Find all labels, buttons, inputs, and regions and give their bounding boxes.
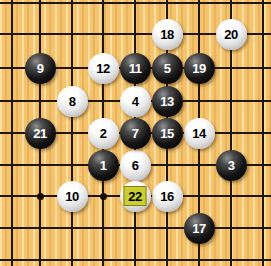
- go-board[interactable]: 12345678910111213141516171819202122: [0, 0, 271, 266]
- move-number-label: 5: [164, 62, 171, 75]
- stone-b1: 1: [88, 150, 119, 181]
- move-number-label: 17: [192, 222, 205, 235]
- move-number-label: 16: [160, 190, 173, 203]
- grid-line-h-1: [0, 2, 271, 4]
- stone-w4: 4: [120, 86, 151, 117]
- move-number-label: 14: [192, 127, 205, 140]
- stone-b11: 11: [120, 53, 151, 84]
- stone-b19: 19: [184, 53, 215, 84]
- move-number-label: 2: [100, 127, 107, 140]
- move-number-label: 15: [160, 127, 173, 140]
- move-number-label: 22: [128, 190, 141, 203]
- move-number-label: 11: [129, 62, 142, 75]
- move-number-label: 18: [160, 28, 173, 41]
- stone-w6: 6: [120, 150, 151, 181]
- move-number-label: 10: [65, 190, 78, 203]
- grid-line-h-9: [0, 259, 271, 261]
- stone-w10: 10: [57, 181, 88, 212]
- move-number-label: 8: [69, 95, 76, 108]
- stone-w20: 20: [216, 19, 247, 50]
- stone-w12: 12: [88, 53, 119, 84]
- star-point-icon: [37, 193, 44, 200]
- stone-b9: 9: [25, 53, 56, 84]
- move-number-label: 21: [33, 127, 46, 140]
- move-number-label: 9: [37, 62, 44, 75]
- move-number-label: 12: [96, 62, 109, 75]
- stone-w2: 2: [88, 118, 119, 149]
- grid-line-h-8: [0, 227, 271, 229]
- move-number-label: 20: [224, 28, 237, 41]
- move-number-label: 7: [132, 127, 139, 140]
- stone-w14: 14: [184, 118, 215, 149]
- move-number-label: 13: [160, 95, 173, 108]
- stone-b15: 15: [152, 118, 183, 149]
- stone-w16: 16: [152, 181, 183, 212]
- move-number-label: 3: [228, 159, 235, 172]
- move-number-label: 4: [132, 95, 139, 108]
- stone-b7: 7: [120, 118, 151, 149]
- stone-b21: 21: [25, 118, 56, 149]
- stone-b5: 5: [152, 53, 183, 84]
- move-number-label: 1: [100, 159, 107, 172]
- stone-b3: 3: [216, 150, 247, 181]
- stone-b13: 13: [152, 86, 183, 117]
- move-number-label: 19: [192, 62, 205, 75]
- stone-w18: 18: [152, 19, 183, 50]
- move-number-label: 6: [132, 159, 139, 172]
- star-point-icon: [100, 193, 107, 200]
- stone-w22: 22: [120, 181, 151, 212]
- stone-w8: 8: [57, 86, 88, 117]
- stone-b17: 17: [184, 213, 215, 244]
